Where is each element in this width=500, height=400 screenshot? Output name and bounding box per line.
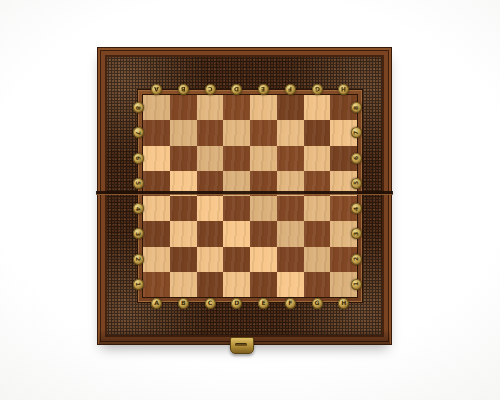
board-square-d2	[223, 247, 250, 272]
stud-label: A	[154, 86, 159, 92]
stud-label: D	[234, 86, 239, 92]
board-square-b2	[170, 247, 197, 272]
stud-left-6: 6	[133, 153, 144, 164]
clasp-slot	[235, 343, 247, 346]
board-square-c6	[197, 146, 224, 171]
board-square-c1	[197, 272, 224, 297]
board-square-f1	[277, 272, 304, 297]
stud-bottom-g: G	[312, 298, 323, 309]
stud-label: F	[288, 86, 292, 92]
board-square-a4	[143, 196, 170, 221]
stud-left-4: 4	[133, 203, 144, 214]
stud-top-f: F	[285, 84, 296, 95]
stud-top-h: H	[338, 84, 349, 95]
board-square-f3	[277, 221, 304, 246]
stud-label: 6	[353, 156, 359, 160]
board-square-f8	[277, 95, 304, 120]
board-square-f4	[277, 196, 304, 221]
board-square-e8	[250, 95, 277, 120]
stud-top-d: D	[231, 84, 242, 95]
board-square-c2	[197, 247, 224, 272]
stud-label: 3	[135, 232, 141, 236]
board-square-a8	[143, 95, 170, 120]
board-square-b4	[170, 196, 197, 221]
board-square-c7	[197, 120, 224, 145]
stud-label: H	[341, 300, 346, 306]
stud-bottom-f: F	[285, 298, 296, 309]
stud-label: 6	[135, 156, 141, 160]
board-square-d7	[223, 120, 250, 145]
stud-right-2: 2	[351, 254, 362, 265]
stud-bottom-a: A	[151, 298, 162, 309]
lid-fold-seam	[96, 191, 393, 196]
board-square-e4	[250, 196, 277, 221]
board-square-g4	[304, 196, 331, 221]
stud-left-8: 8	[133, 102, 144, 113]
board-square-a2	[143, 247, 170, 272]
stud-label: 4	[353, 206, 359, 210]
stud-label: 3	[353, 232, 359, 236]
board-square-e3	[250, 221, 277, 246]
stud-label: B	[181, 300, 186, 306]
stud-top-e: E	[258, 84, 269, 95]
stud-label: 7	[353, 131, 359, 135]
board-square-d3	[223, 221, 250, 246]
board-square-f7	[277, 120, 304, 145]
board-square-g6	[304, 146, 331, 171]
stud-top-c: C	[205, 84, 216, 95]
stud-label: 1	[135, 282, 141, 286]
stud-label: 7	[135, 131, 141, 135]
stud-label: 5	[135, 181, 141, 185]
board-square-c3	[197, 221, 224, 246]
stud-label: E	[261, 86, 265, 92]
stud-bottom-e: E	[258, 298, 269, 309]
board-square-b7	[170, 120, 197, 145]
stud-label: 2	[353, 257, 359, 261]
stud-right-3: 3	[351, 228, 362, 239]
stud-left-7: 7	[133, 127, 144, 138]
stud-label: B	[181, 86, 186, 92]
stud-label: C	[208, 300, 212, 306]
stud-top-b: B	[178, 84, 189, 95]
stud-right-5: 5	[351, 178, 362, 189]
stud-label: 4	[135, 206, 141, 210]
stud-bottom-b: B	[178, 298, 189, 309]
board-square-d4	[223, 196, 250, 221]
brass-clasp-icon	[230, 337, 254, 354]
board-square-c8	[197, 95, 224, 120]
board-square-e2	[250, 247, 277, 272]
stud-top-a: A	[151, 84, 162, 95]
board-square-d6	[223, 146, 250, 171]
board-square-g7	[304, 120, 331, 145]
stud-left-5: 5	[133, 178, 144, 189]
board-square-f6	[277, 146, 304, 171]
board-square-g1	[304, 272, 331, 297]
board-square-d1	[223, 272, 250, 297]
board-square-d8	[223, 95, 250, 120]
stud-label: C	[208, 86, 212, 92]
stud-bottom-h: H	[338, 298, 349, 309]
board-square-g3	[304, 221, 331, 246]
stud-right-1: 1	[351, 279, 362, 290]
board-square-a1	[143, 272, 170, 297]
board-square-g2	[304, 247, 331, 272]
board-square-b1	[170, 272, 197, 297]
stud-right-6: 6	[351, 153, 362, 164]
board-square-b8	[170, 95, 197, 120]
stud-label: H	[341, 86, 346, 92]
board-square-g8	[304, 95, 331, 120]
stud-label: D	[234, 300, 239, 306]
board-square-f2	[277, 247, 304, 272]
stud-left-1: 1	[133, 279, 144, 290]
board-square-a3	[143, 221, 170, 246]
board-square-a7	[143, 120, 170, 145]
stud-bottom-c: C	[205, 298, 216, 309]
stud-right-7: 7	[351, 127, 362, 138]
board-square-c4	[197, 196, 224, 221]
stud-left-3: 3	[133, 228, 144, 239]
stud-label: G	[315, 300, 320, 306]
stud-label: 1	[353, 282, 359, 286]
stud-label: 5	[353, 181, 359, 185]
board-square-a6	[143, 146, 170, 171]
stud-label: G	[315, 86, 320, 92]
stud-label: E	[261, 300, 265, 306]
stud-top-g: G	[312, 84, 323, 95]
stud-right-4: 4	[351, 203, 362, 214]
stud-label: 8	[135, 105, 141, 109]
stud-label: F	[288, 300, 292, 306]
stud-label: A	[154, 300, 159, 306]
stud-bottom-d: D	[231, 298, 242, 309]
board-square-e1	[250, 272, 277, 297]
photo-background: ABCDEFGHABCDEFGH8765432187654321	[0, 0, 500, 400]
board-square-e6	[250, 146, 277, 171]
stud-label: 8	[353, 105, 359, 109]
board-square-b3	[170, 221, 197, 246]
chess-board	[143, 95, 357, 297]
stud-right-8: 8	[351, 102, 362, 113]
chess-box: ABCDEFGHABCDEFGH8765432187654321	[97, 47, 392, 345]
board-square-e7	[250, 120, 277, 145]
stud-label: 2	[135, 257, 141, 261]
board-square-b6	[170, 146, 197, 171]
stud-left-2: 2	[133, 254, 144, 265]
